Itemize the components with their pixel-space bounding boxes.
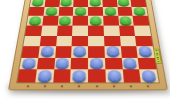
blue-piece-e2[interactable] bbox=[90, 58, 103, 68]
square-f8[interactable] bbox=[102, 0, 117, 7]
square-b5[interactable] bbox=[41, 25, 58, 35]
square-d3[interactable] bbox=[71, 46, 88, 57]
square-h6[interactable] bbox=[133, 16, 150, 26]
blue-piece-f1[interactable] bbox=[107, 70, 121, 80]
square-h8[interactable] bbox=[131, 0, 147, 7]
square-e1[interactable] bbox=[88, 70, 106, 83]
blue-piece-g2[interactable] bbox=[123, 58, 137, 68]
square-a2[interactable] bbox=[19, 58, 38, 70]
square-a1[interactable] bbox=[17, 70, 36, 83]
square-h7[interactable] bbox=[132, 7, 148, 16]
square-e3[interactable] bbox=[88, 46, 105, 57]
square-h2[interactable] bbox=[138, 58, 157, 70]
green-piece-e6[interactable] bbox=[90, 16, 102, 24]
square-c2[interactable] bbox=[54, 58, 72, 70]
square-g8[interactable] bbox=[116, 0, 131, 7]
checkers-board bbox=[8, 0, 168, 90]
square-c7[interactable] bbox=[58, 7, 73, 16]
square-b4[interactable] bbox=[39, 36, 56, 47]
square-c3[interactable] bbox=[55, 46, 72, 57]
square-h1[interactable] bbox=[139, 70, 158, 83]
square-h4[interactable] bbox=[135, 36, 153, 47]
green-piece-g8[interactable] bbox=[118, 0, 130, 5]
square-c8[interactable] bbox=[59, 0, 74, 7]
square-g2[interactable] bbox=[121, 58, 139, 70]
green-piece-g6[interactable] bbox=[120, 16, 132, 24]
square-d1[interactable] bbox=[70, 70, 88, 83]
square-h5[interactable] bbox=[134, 25, 151, 35]
green-piece-h7[interactable] bbox=[133, 7, 145, 14]
square-b8[interactable] bbox=[44, 0, 59, 7]
square-g6[interactable] bbox=[118, 16, 134, 26]
blue-piece-b1[interactable] bbox=[37, 70, 51, 80]
square-e4[interactable] bbox=[88, 36, 104, 47]
square-g3[interactable] bbox=[120, 46, 138, 57]
square-b3[interactable] bbox=[38, 46, 56, 57]
green-piece-e8[interactable] bbox=[90, 0, 101, 5]
square-b7[interactable] bbox=[43, 7, 59, 16]
scene bbox=[0, 0, 170, 99]
square-h3[interactable] bbox=[137, 46, 155, 57]
blue-piece-h1[interactable] bbox=[141, 70, 156, 80]
square-b2[interactable] bbox=[37, 58, 55, 70]
green-piece-a8[interactable] bbox=[32, 0, 44, 5]
square-g1[interactable] bbox=[122, 70, 141, 83]
square-d5[interactable] bbox=[72, 25, 88, 35]
square-f1[interactable] bbox=[105, 70, 123, 83]
square-d6[interactable] bbox=[73, 16, 88, 26]
square-e2[interactable] bbox=[88, 58, 105, 70]
green-piece-c8[interactable] bbox=[61, 0, 72, 5]
green-piece-c6[interactable] bbox=[59, 16, 71, 24]
blue-piece-a2[interactable] bbox=[22, 58, 36, 68]
frame-markings bbox=[19, 85, 158, 88]
square-d8[interactable] bbox=[73, 0, 88, 7]
square-d7[interactable] bbox=[73, 7, 88, 16]
square-a7[interactable] bbox=[28, 7, 44, 16]
green-piece-d7[interactable] bbox=[75, 7, 86, 14]
square-f6[interactable] bbox=[103, 16, 119, 26]
square-g7[interactable] bbox=[117, 7, 133, 16]
square-e5[interactable] bbox=[88, 25, 104, 35]
square-c6[interactable] bbox=[57, 16, 73, 26]
square-e7[interactable] bbox=[88, 7, 103, 16]
square-d2[interactable] bbox=[71, 58, 88, 70]
square-f4[interactable] bbox=[104, 36, 121, 47]
blue-piece-c2[interactable] bbox=[56, 58, 69, 68]
square-f7[interactable] bbox=[103, 7, 118, 16]
square-b1[interactable] bbox=[35, 70, 54, 83]
square-c1[interactable] bbox=[53, 70, 71, 83]
square-a4[interactable] bbox=[23, 36, 41, 47]
green-piece-f7[interactable] bbox=[104, 7, 116, 14]
square-f3[interactable] bbox=[104, 46, 121, 57]
square-e6[interactable] bbox=[88, 16, 103, 26]
green-piece-a6[interactable] bbox=[29, 16, 42, 24]
square-a6[interactable] bbox=[27, 16, 44, 26]
green-piece-b7[interactable] bbox=[45, 7, 57, 14]
square-b6[interactable] bbox=[42, 16, 58, 26]
square-a5[interactable] bbox=[25, 25, 42, 35]
square-f5[interactable] bbox=[103, 25, 119, 35]
square-d4[interactable] bbox=[72, 36, 88, 47]
blue-piece-f3[interactable] bbox=[106, 47, 119, 56]
square-c5[interactable] bbox=[57, 25, 73, 35]
square-c4[interactable] bbox=[56, 36, 73, 47]
brand-sticker bbox=[153, 49, 161, 64]
blue-piece-h3[interactable] bbox=[138, 47, 152, 56]
square-e8[interactable] bbox=[88, 0, 103, 7]
square-g5[interactable] bbox=[119, 25, 136, 35]
square-g4[interactable] bbox=[119, 36, 136, 47]
blue-piece-d3[interactable] bbox=[73, 47, 86, 56]
blue-piece-d1[interactable] bbox=[73, 70, 86, 80]
square-f2[interactable] bbox=[105, 58, 123, 70]
square-a8[interactable] bbox=[30, 0, 46, 7]
square-a3[interactable] bbox=[21, 46, 39, 57]
blue-piece-b3[interactable] bbox=[40, 47, 53, 56]
board-grid bbox=[16, 0, 160, 83]
